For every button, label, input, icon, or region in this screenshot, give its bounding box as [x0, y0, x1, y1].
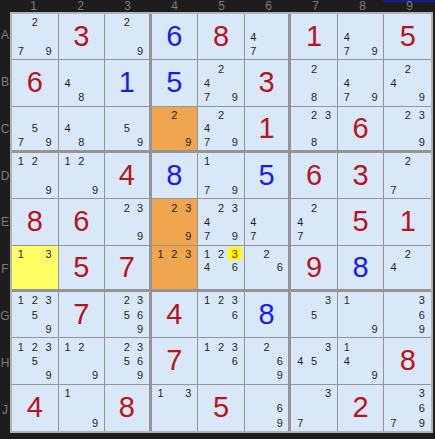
candidate-J2-1: 1	[61, 386, 75, 401]
candidate-H1-9: 9	[42, 368, 56, 382]
candidate-B5-2: 2	[214, 61, 228, 75]
candidate-F5-2: 2	[214, 247, 228, 261]
candidate-B9-4: 4	[386, 76, 400, 90]
candidate-C9-9: 9	[415, 135, 429, 149]
pencilmarks-H6: 269	[247, 339, 287, 382]
cell-E8[interactable]: 5	[338, 199, 385, 245]
pencilmarks-H3: 23569	[107, 339, 147, 382]
cell-A6[interactable]: 47	[245, 14, 292, 60]
candidate-C2-8: 8	[74, 135, 88, 149]
cell-B7[interactable]: 28	[291, 60, 338, 106]
pencilmarks-B2: 48	[61, 61, 103, 104]
candidate-H1-1: 1	[14, 339, 28, 353]
cell-E2[interactable]: 6	[59, 199, 106, 245]
col-label-5: 5	[198, 0, 245, 12]
col-label-4: 4	[151, 0, 198, 12]
cell-D1[interactable]: 129	[12, 153, 59, 199]
candidate-A8-7: 7	[340, 44, 354, 58]
candidate-F5-4: 4	[200, 260, 214, 274]
digit-B1: 6	[12, 60, 58, 105]
pencilmarks-B9: 249	[386, 61, 429, 104]
candidate-A8-4: 4	[340, 29, 354, 43]
digit-A7: 1	[291, 14, 337, 59]
cell-E9[interactable]: 1	[384, 199, 431, 245]
candidate-B9-9: 9	[415, 90, 429, 104]
candidate-E5-4: 4	[200, 215, 214, 229]
digit-J1: 4	[12, 385, 58, 431]
cell-A9[interactable]: 5	[384, 14, 431, 60]
candidate-G1-5: 5	[28, 307, 42, 321]
digit-D8: 3	[338, 153, 384, 198]
cell-B8[interactable]: 479	[338, 60, 385, 106]
cell-H4[interactable]: 7	[152, 338, 199, 384]
candidate-B8-4: 4	[340, 76, 354, 90]
cell-G1[interactable]: 12359	[12, 292, 59, 338]
cell-E4[interactable]: 239	[152, 199, 199, 245]
candidate-E5-2: 2	[214, 200, 228, 214]
cell-B9[interactable]: 249	[384, 60, 431, 106]
candidate-G9-9: 9	[415, 322, 429, 336]
candidate-C2-4: 4	[61, 121, 75, 135]
cell-F4[interactable]: 123	[152, 246, 199, 292]
candidate-G1-2: 2	[28, 293, 42, 307]
candidate-G9-3: 3	[415, 293, 429, 307]
candidate-H7-3: 3	[321, 339, 335, 353]
cell-G9[interactable]: 369	[384, 292, 431, 338]
candidate-H5-6: 6	[228, 354, 242, 368]
candidate-H2-9: 9	[88, 368, 102, 382]
cell-F5[interactable]: 12346	[198, 246, 245, 292]
pencilmarks-F6: 26	[247, 247, 287, 288]
candidate-B2-8: 8	[74, 90, 88, 104]
digit-A2: 3	[59, 14, 105, 59]
digit-F3: 7	[105, 246, 149, 289]
candidate-D9-7: 7	[386, 183, 400, 197]
sudoku-board: 2793296847147956481524793284792495794859…	[10, 12, 433, 433]
candidate-D2-1: 1	[61, 154, 75, 168]
candidate-J9-9: 9	[415, 415, 429, 430]
candidate-E7-4: 4	[293, 215, 307, 229]
cell-F1[interactable]: 13	[12, 246, 59, 292]
pencilmarks-E5: 23479	[200, 200, 242, 243]
candidate-H2-2: 2	[74, 339, 88, 353]
cell-D3[interactable]: 4	[105, 153, 152, 199]
candidate-F6-6: 6	[273, 260, 286, 274]
cell-A7[interactable]: 1	[291, 14, 338, 60]
candidate-F9-4: 4	[386, 260, 400, 274]
candidate-C5-4: 4	[200, 121, 214, 135]
candidate-D5-7: 7	[200, 183, 214, 197]
col-label-6: 6	[245, 0, 292, 12]
pencilmarks-H2: 129	[61, 339, 103, 382]
cell-D9[interactable]: 27	[384, 153, 431, 199]
pencilmarks-E3: 239	[107, 200, 147, 243]
candidate-D5-9: 9	[228, 183, 242, 197]
pencilmarks-A1: 279	[14, 15, 56, 58]
digit-D4: 8	[152, 153, 198, 198]
pencilmarks-G5: 1236	[200, 293, 242, 336]
col-label-2: 2	[57, 0, 104, 12]
candidate-G3-6: 6	[133, 307, 146, 321]
cell-E5[interactable]: 23479	[198, 199, 245, 245]
candidate-H3-9: 9	[133, 368, 146, 382]
candidate-J9-6: 6	[415, 400, 429, 415]
cell-F9[interactable]: 24	[384, 246, 431, 292]
candidate-H6-2: 2	[260, 339, 273, 353]
candidate-J7-3: 3	[321, 386, 335, 401]
cell-J1[interactable]: 4	[12, 385, 59, 431]
cell-E6[interactable]: 47	[245, 199, 292, 245]
pencilmarks-D5: 179	[200, 154, 242, 197]
candidate-G1-1: 1	[14, 293, 28, 307]
candidate-G8-9: 9	[368, 322, 382, 336]
cell-D4[interactable]: 8	[152, 153, 199, 199]
pencilmarks-H7: 345	[293, 339, 335, 382]
cell-G3[interactable]: 23569	[105, 292, 152, 338]
candidate-H6-9: 9	[273, 368, 286, 382]
candidate-D1-9: 9	[42, 183, 56, 197]
digit-B4: 5	[152, 60, 198, 105]
cell-A4[interactable]: 6	[152, 14, 199, 60]
candidate-J4-1: 1	[154, 386, 168, 401]
cell-A3[interactable]: 29	[105, 14, 152, 60]
row-label-D: D	[0, 152, 10, 199]
candidate-A1-2: 2	[28, 15, 42, 29]
sudoku-app: 123456789 ABCDEFGHJ 27932968471479564815…	[0, 0, 435, 439]
pencilmarks-J6: 69	[247, 386, 287, 430]
candidate-E7-7: 7	[293, 229, 307, 243]
cell-A2[interactable]: 3	[59, 14, 106, 60]
candidate-G5-2: 2	[214, 293, 228, 307]
cell-G2[interactable]: 7	[59, 292, 106, 338]
candidate-C1-9: 9	[42, 135, 56, 149]
pencilmarks-F9: 24	[386, 247, 429, 288]
candidate-E3-9: 9	[133, 229, 146, 243]
candidate-D2-2: 2	[74, 154, 88, 168]
pencilmarks-J2: 19	[61, 386, 103, 430]
pencilmarks-H5: 1236	[200, 339, 242, 382]
candidate-C4-9: 9	[181, 135, 195, 149]
digit-C8: 6	[338, 107, 384, 150]
pencilmarks-B8: 479	[340, 61, 382, 104]
cell-C2[interactable]: 48	[59, 107, 106, 153]
pencilmarks-A6: 47	[247, 15, 287, 58]
candidate-E5-3: 3	[228, 200, 242, 214]
digit-J3: 8	[105, 385, 149, 431]
digit-E8: 5	[338, 199, 384, 244]
cell-H5[interactable]: 1236	[198, 338, 245, 384]
cell-B3[interactable]: 1	[105, 60, 152, 106]
cell-F8[interactable]: 8	[338, 246, 385, 292]
digit-D7: 6	[291, 153, 337, 198]
candidate-F4-1: 1	[154, 247, 168, 261]
candidate-F1-1: 1	[14, 247, 28, 261]
candidate-D1-2: 2	[28, 154, 42, 168]
candidate-A1-7: 7	[14, 44, 28, 58]
pencilmarks-A8: 479	[340, 15, 382, 58]
col-label-3: 3	[104, 0, 151, 12]
row-labels: ABCDEFGHJ	[0, 12, 10, 433]
cell-H6[interactable]: 269	[245, 338, 292, 384]
candidate-C9-2: 2	[401, 108, 415, 122]
row-label-E: E	[0, 199, 10, 246]
pencilmarks-G9: 369	[386, 293, 429, 336]
candidate-G3-5: 5	[120, 307, 133, 321]
candidate-B7-2: 2	[307, 61, 321, 75]
row-label-B: B	[0, 59, 10, 106]
cell-J5[interactable]: 5	[198, 385, 245, 431]
pencilmarks-G1: 12359	[14, 293, 56, 336]
cell-H1[interactable]: 12359	[12, 338, 59, 384]
candidate-G7-3: 3	[321, 293, 335, 307]
pencilmarks-B5: 2479	[200, 61, 242, 104]
candidate-H5-3: 3	[228, 339, 242, 353]
row-label-H: H	[0, 339, 10, 386]
cell-F2[interactable]: 5	[59, 246, 106, 292]
candidate-H3-2: 2	[120, 339, 133, 353]
candidate-H2-1: 1	[61, 339, 75, 353]
cell-E3[interactable]: 239	[105, 199, 152, 245]
candidate-F4-2: 2	[168, 247, 182, 261]
candidate-C7-3: 3	[321, 108, 335, 122]
candidate-E4-9: 9	[181, 229, 195, 243]
digit-F8: 8	[338, 246, 384, 289]
pencilmarks-J4: 13	[154, 386, 196, 430]
digit-E1: 8	[12, 199, 58, 244]
cell-G8[interactable]: 19	[338, 292, 385, 338]
candidate-B8-7: 7	[340, 90, 354, 104]
candidate-B5-9: 9	[228, 90, 242, 104]
row-label-F: F	[0, 246, 10, 293]
digit-H9: 8	[384, 338, 431, 383]
candidate-C4-2: 2	[168, 108, 182, 122]
pencilmarks-A3: 29	[107, 15, 147, 58]
candidate-H8-4: 4	[340, 354, 354, 368]
candidate-E6-7: 7	[247, 229, 260, 243]
candidate-C1-5: 5	[28, 121, 42, 135]
cell-C3[interactable]: 59	[105, 107, 152, 153]
candidate-J4-3: 3	[181, 386, 195, 401]
row-label-A: A	[0, 12, 10, 59]
cell-B4[interactable]: 5	[152, 60, 199, 106]
digit-F7: 9	[291, 246, 337, 289]
candidate-C9-3: 3	[415, 108, 429, 122]
candidate-A1-9: 9	[42, 44, 56, 58]
candidate-G5-6: 6	[228, 307, 242, 321]
cell-G4[interactable]: 4	[152, 292, 199, 338]
candidate-H7-4: 4	[293, 354, 307, 368]
cell-J2[interactable]: 19	[59, 385, 106, 431]
candidate-B7-8: 8	[307, 90, 321, 104]
pencilmarks-F1: 13	[14, 247, 56, 288]
candidate-H3-6: 6	[133, 354, 146, 368]
candidate-D5-1: 1	[200, 154, 214, 168]
pencilmarks-E6: 47	[247, 200, 287, 243]
candidate-J9-3: 3	[415, 386, 429, 401]
candidate-H8-1: 1	[340, 339, 354, 353]
row-label-J: J	[0, 386, 10, 433]
pencilmarks-D9: 27	[386, 154, 429, 197]
cell-A8[interactable]: 479	[338, 14, 385, 60]
candidate-E3-3: 3	[133, 200, 146, 214]
candidate-J6-9: 9	[273, 415, 286, 430]
cell-C1[interactable]: 579	[12, 107, 59, 153]
cell-H8[interactable]: 149	[338, 338, 385, 384]
candidate-H3-3: 3	[133, 339, 146, 353]
cell-F6[interactable]: 26	[245, 246, 292, 292]
candidate-E6-4: 4	[247, 215, 260, 229]
cell-B1[interactable]: 6	[12, 60, 59, 106]
pencilmarks-E4: 239	[154, 200, 196, 243]
digit-E2: 6	[59, 199, 105, 244]
pencilmarks-C7: 238	[293, 108, 335, 149]
cell-C6[interactable]: 1	[245, 107, 292, 153]
candidate-E4-3: 3	[181, 200, 195, 214]
pencilmarks-H8: 149	[340, 339, 382, 382]
cell-D2[interactable]: 129	[59, 153, 106, 199]
candidate-F5-6: 6	[228, 260, 242, 274]
cell-D5[interactable]: 179	[198, 153, 245, 199]
cell-G5[interactable]: 1236	[198, 292, 245, 338]
pencilmarks-H1: 12359	[14, 339, 56, 382]
cell-A1[interactable]: 279	[12, 14, 59, 60]
digit-A4: 6	[152, 14, 198, 59]
pencilmarks-C1: 579	[14, 108, 56, 149]
candidate-G3-9: 9	[133, 322, 146, 336]
candidate-C3-9: 9	[133, 135, 146, 149]
candidate-A3-2: 2	[120, 15, 133, 29]
digit-A5: 8	[198, 14, 244, 59]
cell-J8[interactable]: 2	[338, 385, 385, 431]
candidate-H1-5: 5	[28, 354, 42, 368]
candidate-C7-8: 8	[307, 135, 321, 149]
cell-G7[interactable]: 35	[291, 292, 338, 338]
digit-B3: 1	[105, 60, 149, 105]
candidate-J7-7: 7	[293, 415, 307, 430]
candidate-J6-6: 6	[273, 400, 286, 415]
candidate-A6-7: 7	[247, 44, 260, 58]
candidate-E7-2: 2	[307, 200, 321, 214]
candidate-H1-3: 3	[42, 339, 56, 353]
candidate-C5-2: 2	[214, 108, 228, 122]
candidate-H1-2: 2	[28, 339, 42, 353]
col-label-1: 1	[10, 0, 57, 12]
candidate-J9-7: 7	[386, 415, 400, 430]
candidate-D1-1: 1	[14, 154, 28, 168]
digit-H4: 7	[152, 338, 198, 383]
pencilmarks-D2: 129	[61, 154, 103, 197]
digit-G6: 8	[245, 292, 289, 337]
candidate-G3-3: 3	[133, 293, 146, 307]
candidate-D9-2: 2	[401, 154, 415, 168]
cell-A5[interactable]: 8	[198, 14, 245, 60]
pencilmarks-J7: 37	[293, 386, 335, 430]
digit-A9: 5	[384, 14, 431, 59]
candidate-B9-2: 2	[401, 61, 415, 75]
pencilmarks-G7: 35	[293, 293, 335, 336]
digit-G2: 7	[59, 292, 105, 337]
pencilmarks-F4: 123	[154, 247, 196, 288]
pencilmarks-C4: 29	[154, 108, 196, 149]
cell-H2[interactable]: 129	[59, 338, 106, 384]
cell-B6[interactable]: 3	[245, 60, 292, 106]
col-label-8: 8	[339, 0, 386, 12]
pencilmarks-E7: 247	[293, 200, 335, 243]
candidate-E5-9: 9	[228, 229, 242, 243]
candidate-A3-9: 9	[133, 44, 146, 58]
candidate-C7-2: 2	[307, 108, 321, 122]
digit-F2: 5	[59, 246, 105, 289]
cell-H7[interactable]: 345	[291, 338, 338, 384]
pencilmarks-C3: 59	[107, 108, 147, 149]
cell-C7[interactable]: 238	[291, 107, 338, 153]
candidate-G8-1: 1	[340, 293, 354, 307]
pencilmarks-C5: 2479	[200, 108, 242, 149]
candidate-E3-2: 2	[120, 200, 133, 214]
candidate-H3-5: 5	[120, 354, 133, 368]
cell-D8[interactable]: 3	[338, 153, 385, 199]
cell-F7[interactable]: 9	[291, 246, 338, 292]
digit-D3: 4	[105, 153, 149, 198]
candidate-F6-2: 2	[260, 247, 273, 261]
cell-E1[interactable]: 8	[12, 199, 59, 245]
digit-D6: 5	[245, 153, 289, 198]
candidate-F4-3: 3	[181, 247, 195, 261]
cell-J6[interactable]: 69	[245, 385, 292, 431]
cell-J3[interactable]: 8	[105, 385, 152, 431]
candidate-J2-9: 9	[88, 415, 102, 430]
candidate-C3-5: 5	[120, 121, 133, 135]
cell-G6[interactable]: 8	[245, 292, 292, 338]
cell-C8[interactable]: 6	[338, 107, 385, 153]
row-label-G: G	[0, 293, 10, 340]
cell-D6[interactable]: 5	[245, 153, 292, 199]
candidate-H6-6: 6	[273, 354, 286, 368]
candidate-E4-2: 2	[168, 200, 182, 214]
cell-J9[interactable]: 3679	[384, 385, 431, 431]
cell-B5[interactable]: 2479	[198, 60, 245, 106]
candidate-G3-2: 2	[120, 293, 133, 307]
candidate-F1-3: 3	[42, 247, 56, 261]
cell-C9[interactable]: 239	[384, 107, 431, 153]
candidate-A8-9: 9	[368, 44, 382, 58]
candidate-A6-4: 4	[247, 29, 260, 43]
candidate-H7-5: 5	[307, 354, 321, 368]
cell-J7[interactable]: 37	[291, 385, 338, 431]
row-label-C: C	[0, 106, 10, 153]
digit-E9: 1	[384, 199, 431, 244]
candidate-B8-9: 9	[368, 90, 382, 104]
candidate-B5-7: 7	[200, 90, 214, 104]
cell-D7[interactable]: 6	[291, 153, 338, 199]
candidate-D2-9: 9	[88, 183, 102, 197]
cell-E7[interactable]: 247	[291, 199, 338, 245]
cell-B2[interactable]: 48	[59, 60, 106, 106]
candidate-C1-7: 7	[14, 135, 28, 149]
candidate-G9-6: 6	[415, 307, 429, 321]
candidate-F5-3: 3	[228, 247, 242, 261]
cell-H9[interactable]: 8	[384, 338, 431, 384]
cell-F3[interactable]: 7	[105, 246, 152, 292]
candidate-G7-5: 5	[307, 307, 321, 321]
candidate-E5-7: 7	[200, 229, 214, 243]
cell-J4[interactable]: 13	[152, 385, 199, 431]
cell-H3[interactable]: 23569	[105, 338, 152, 384]
cell-C4[interactable]: 29	[152, 107, 199, 153]
pencilmarks-D1: 129	[14, 154, 56, 197]
candidate-H5-1: 1	[200, 339, 214, 353]
cell-C5[interactable]: 2479	[198, 107, 245, 153]
